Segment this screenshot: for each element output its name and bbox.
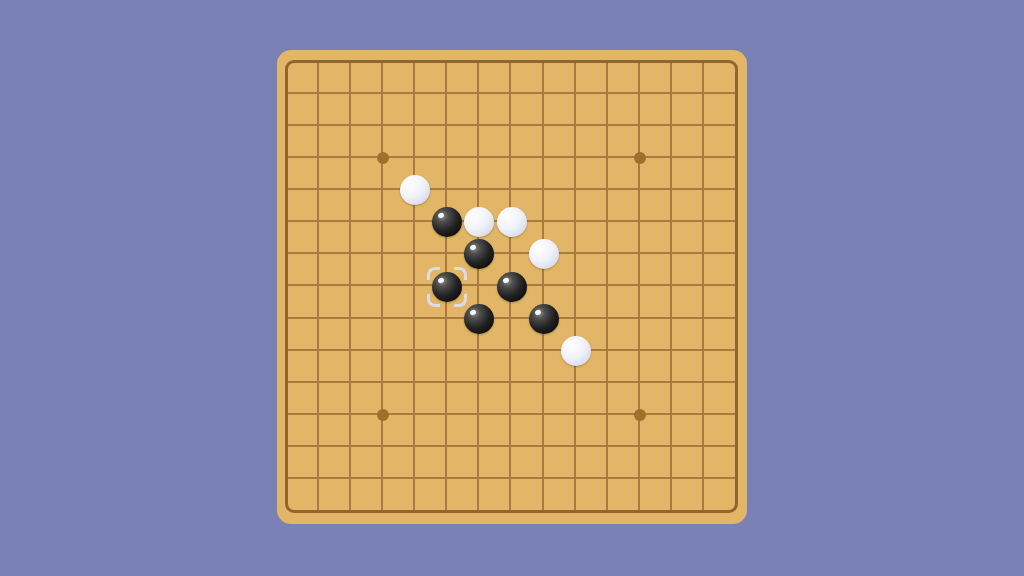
black-stone: ● bbox=[529, 304, 559, 334]
black-stone: ● bbox=[432, 207, 462, 237]
app-background: { "game": { "name": "gomoku", "descripti… bbox=[0, 0, 1024, 576]
black-stone: ● bbox=[464, 239, 494, 269]
white-stone: ○ bbox=[497, 207, 527, 237]
goban-board[interactable]: ○●○○●○●●●●○ bbox=[277, 50, 747, 524]
star-point bbox=[634, 409, 646, 421]
star-point bbox=[377, 409, 389, 421]
star-point bbox=[634, 152, 646, 164]
black-stone: ● bbox=[464, 304, 494, 334]
board-overlay: ○●○○●○●●●●○ bbox=[285, 60, 738, 513]
white-stone: ○ bbox=[561, 336, 591, 366]
board-grid[interactable]: ○●○○●○●●●●○ bbox=[285, 60, 738, 513]
white-stone: ○ bbox=[464, 207, 494, 237]
black-stone: ● bbox=[432, 272, 462, 302]
black-stone: ● bbox=[497, 272, 527, 302]
star-point bbox=[377, 152, 389, 164]
white-stone: ○ bbox=[529, 239, 559, 269]
white-stone: ○ bbox=[400, 175, 430, 205]
